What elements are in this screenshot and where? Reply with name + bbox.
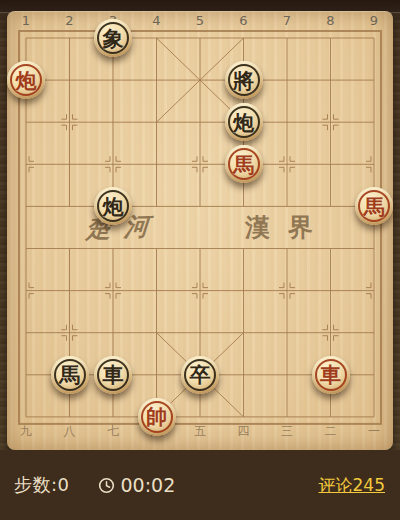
- point-marker: [203, 294, 208, 299]
- point-marker: [290, 167, 295, 172]
- comments-link[interactable]: 评论245: [319, 474, 385, 497]
- point-marker: [192, 167, 197, 172]
- point-marker: [29, 167, 34, 172]
- file-label-bottom: 三: [281, 423, 293, 440]
- point-marker: [323, 125, 328, 130]
- piece-black-chariot[interactable]: 車: [94, 356, 132, 394]
- point-marker: [73, 336, 78, 341]
- xiangqi-app-screen: 楚河 漢界 123456789九八七六五四三二一象炮將炮馬炮馬馬車卒車帥 步数:…: [0, 0, 400, 520]
- point-marker: [73, 325, 78, 330]
- file-label-top: 5: [196, 13, 204, 28]
- piece-red-horse[interactable]: 馬: [355, 187, 393, 225]
- point-marker: [73, 125, 78, 130]
- piece-glyph: 炮: [94, 187, 132, 225]
- status-bar: 步数:0 00:02 评论245: [0, 450, 400, 520]
- piece-glyph: 馬: [51, 356, 89, 394]
- point-marker: [62, 114, 67, 119]
- piece-black-horse[interactable]: 馬: [51, 356, 89, 394]
- piece-glyph: 將: [225, 61, 263, 99]
- point-marker: [323, 336, 328, 341]
- point-marker: [203, 167, 208, 172]
- piece-black-general[interactable]: 將: [225, 61, 263, 99]
- point-marker: [192, 156, 197, 161]
- point-marker: [290, 156, 295, 161]
- file-label-bottom: 一: [368, 423, 380, 440]
- piece-red-cannon[interactable]: 炮: [7, 61, 45, 99]
- piece-black-elephant[interactable]: 象: [94, 19, 132, 57]
- point-marker: [334, 114, 339, 119]
- piece-black-cannon[interactable]: 炮: [225, 103, 263, 141]
- point-marker: [62, 325, 67, 330]
- point-marker: [323, 114, 328, 119]
- point-marker: [279, 294, 284, 299]
- file-label-top: 1: [22, 13, 30, 28]
- piece-red-chariot[interactable]: 車: [312, 356, 350, 394]
- piece-black-soldier[interactable]: 卒: [181, 356, 219, 394]
- file-label-top: 6: [239, 13, 247, 28]
- file-label-top: 2: [65, 13, 73, 28]
- point-marker: [29, 156, 34, 161]
- point-marker: [29, 294, 34, 299]
- file-label-top: 8: [326, 13, 334, 28]
- point-marker: [116, 167, 121, 172]
- xiangqi-board[interactable]: 楚河 漢界 123456789九八七六五四三二一象炮將炮馬炮馬馬車卒車帥: [7, 11, 393, 450]
- piece-glyph: 馬: [225, 145, 263, 183]
- piece-glyph: 炮: [225, 103, 263, 141]
- piece-glyph: 炮: [7, 61, 45, 99]
- point-marker: [279, 283, 284, 288]
- piece-red-horse[interactable]: 馬: [225, 145, 263, 183]
- file-label-bottom: 四: [238, 423, 250, 440]
- point-marker: [334, 125, 339, 130]
- point-marker: [366, 294, 371, 299]
- piece-black-cannon[interactable]: 炮: [94, 187, 132, 225]
- point-marker: [192, 294, 197, 299]
- point-marker: [290, 283, 295, 288]
- point-marker: [62, 336, 67, 341]
- file-label-bottom: 八: [64, 423, 76, 440]
- file-label-bottom: 七: [107, 423, 119, 440]
- file-label-bottom: 五: [194, 423, 206, 440]
- point-marker: [29, 283, 34, 288]
- timer-value: 00:02: [121, 474, 176, 496]
- file-label-bottom: 九: [20, 423, 32, 440]
- file-label-top: 9: [370, 13, 378, 28]
- point-marker: [290, 294, 295, 299]
- file-label-bottom: 二: [325, 423, 337, 440]
- point-marker: [279, 156, 284, 161]
- timer: 00:02: [98, 474, 176, 496]
- piece-glyph: 卒: [181, 356, 219, 394]
- point-marker: [334, 336, 339, 341]
- point-marker: [192, 283, 197, 288]
- piece-glyph: 車: [312, 356, 350, 394]
- point-marker: [203, 283, 208, 288]
- point-marker: [366, 167, 371, 172]
- point-marker: [366, 156, 371, 161]
- point-marker: [366, 283, 371, 288]
- point-marker: [116, 294, 121, 299]
- point-marker: [105, 167, 110, 172]
- piece-glyph: 象: [94, 19, 132, 57]
- river-label-han-jie: 漢界: [245, 211, 331, 244]
- point-marker: [105, 156, 110, 161]
- point-marker: [323, 325, 328, 330]
- point-marker: [116, 283, 121, 288]
- piece-glyph: 馬: [355, 187, 393, 225]
- clock-icon: [98, 477, 115, 494]
- file-label-top: 4: [152, 13, 160, 28]
- point-marker: [279, 167, 284, 172]
- point-marker: [105, 294, 110, 299]
- point-marker: [105, 283, 110, 288]
- point-marker: [334, 325, 339, 330]
- piece-glyph: 車: [94, 356, 132, 394]
- piece-red-general[interactable]: 帥: [138, 398, 176, 436]
- point-marker: [203, 156, 208, 161]
- file-label-top: 7: [283, 13, 291, 28]
- point-marker: [116, 156, 121, 161]
- move-counter: 步数:0: [14, 473, 70, 497]
- piece-glyph: 帥: [138, 398, 176, 436]
- point-marker: [73, 114, 78, 119]
- point-marker: [62, 125, 67, 130]
